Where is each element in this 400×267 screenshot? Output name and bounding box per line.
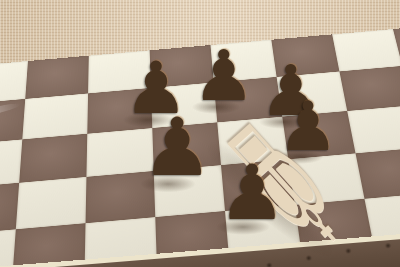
- black-pawn-e5[interactable]: ♟: [218, 155, 286, 231]
- wood-knot: [384, 243, 391, 249]
- wood-knot: [266, 263, 273, 267]
- square-a8[interactable]: [0, 61, 28, 104]
- square-g7[interactable]: [339, 66, 400, 111]
- square-g6[interactable]: [347, 105, 400, 153]
- square-b6[interactable]: [19, 134, 87, 183]
- square-b8[interactable]: [25, 56, 89, 99]
- square-g8[interactable]: [332, 29, 400, 71]
- square-g5[interactable]: [356, 147, 400, 198]
- square-b5[interactable]: [16, 177, 87, 229]
- square-b7[interactable]: [22, 93, 88, 139]
- chess-photo-stage: ♟ ♟ ♟ ♟ ♟ ♟ ♚: [0, 0, 400, 267]
